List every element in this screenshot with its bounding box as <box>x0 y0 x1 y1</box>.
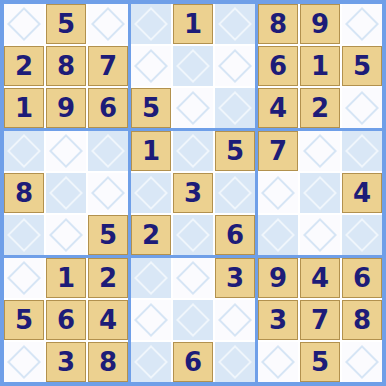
given-digit: 3 <box>57 349 75 375</box>
cell-r5c5: 3 <box>173 173 213 213</box>
cell-r9c9[interactable] <box>342 342 382 382</box>
box-r2c2: 15326 <box>131 131 255 255</box>
box-r3c1: 1256438 <box>4 258 128 382</box>
cell-r3c5[interactable] <box>173 88 213 128</box>
cell-r7c3: 2 <box>88 258 128 298</box>
cell-r3c4: 5 <box>131 88 171 128</box>
cell-r1c4[interactable] <box>131 4 171 44</box>
cell-r4c2[interactable] <box>46 131 86 171</box>
given-digit: 8 <box>15 180 33 206</box>
cell-r8c6[interactable] <box>215 300 255 340</box>
diamond-ornament-icon <box>176 49 210 83</box>
diamond-ornament-icon <box>345 345 379 379</box>
cell-r6c8[interactable] <box>300 215 340 255</box>
cell-r7c7: 9 <box>258 258 298 298</box>
diamond-ornament-icon <box>176 303 210 337</box>
cell-r5c3[interactable] <box>88 173 128 213</box>
cell-r4c8[interactable] <box>300 131 340 171</box>
given-digit: 9 <box>57 95 75 121</box>
cell-r9c2: 3 <box>46 342 86 382</box>
given-digit: 5 <box>353 53 371 79</box>
diamond-ornament-icon <box>218 49 252 83</box>
cell-r2c4[interactable] <box>131 46 171 86</box>
diamond-ornament-icon <box>91 7 125 41</box>
cell-r7c1[interactable] <box>4 258 44 298</box>
given-digit: 6 <box>353 265 371 291</box>
given-digit: 6 <box>269 53 287 79</box>
given-digit: 1 <box>142 138 160 164</box>
diamond-ornament-icon <box>345 91 379 125</box>
cell-r2c9: 5 <box>342 46 382 86</box>
diamond-ornament-icon <box>7 345 41 379</box>
cell-r5c7[interactable] <box>258 173 298 213</box>
cell-r6c1[interactable] <box>4 215 44 255</box>
cell-r9c6[interactable] <box>215 342 255 382</box>
given-digit: 6 <box>99 95 117 121</box>
given-digit: 3 <box>269 307 287 333</box>
cell-r9c7[interactable] <box>258 342 298 382</box>
cell-r4c4: 1 <box>131 131 171 171</box>
cell-r8c4[interactable] <box>131 300 171 340</box>
given-digit: 4 <box>269 95 287 121</box>
cell-r2c8: 1 <box>300 46 340 86</box>
diamond-ornament-icon <box>303 176 337 210</box>
cell-r6c2[interactable] <box>46 215 86 255</box>
cell-r2c1: 2 <box>4 46 44 86</box>
given-digit: 8 <box>99 349 117 375</box>
given-digit: 6 <box>226 222 244 248</box>
diamond-ornament-icon <box>261 176 295 210</box>
box-r2c1: 85 <box>4 131 128 255</box>
cell-r8c2: 6 <box>46 300 86 340</box>
cell-r7c2: 1 <box>46 258 86 298</box>
cell-r5c8[interactable] <box>300 173 340 213</box>
cell-r6c4: 2 <box>131 215 171 255</box>
cell-r8c7: 3 <box>258 300 298 340</box>
cell-r2c2: 8 <box>46 46 86 86</box>
given-digit: 8 <box>269 11 287 37</box>
cell-r4c9[interactable] <box>342 131 382 171</box>
diamond-ornament-icon <box>134 345 168 379</box>
given-digit: 5 <box>226 138 244 164</box>
diamond-ornament-icon <box>91 176 125 210</box>
diamond-ornament-icon <box>218 345 252 379</box>
cell-r1c7: 8 <box>258 4 298 44</box>
cell-r7c8: 4 <box>300 258 340 298</box>
cell-r9c3: 8 <box>88 342 128 382</box>
cell-r2c3: 7 <box>88 46 128 86</box>
cell-r3c3: 6 <box>88 88 128 128</box>
given-digit: 9 <box>269 265 287 291</box>
box-r3c3: 9463785 <box>258 258 382 382</box>
cell-r9c4[interactable] <box>131 342 171 382</box>
diamond-ornament-icon <box>218 176 252 210</box>
cell-r7c6: 3 <box>215 258 255 298</box>
cell-r4c1[interactable] <box>4 131 44 171</box>
diamond-ornament-icon <box>345 218 379 252</box>
cell-r1c1[interactable] <box>4 4 44 44</box>
given-digit: 7 <box>99 53 117 79</box>
cell-r4c6: 5 <box>215 131 255 171</box>
cell-r6c6: 6 <box>215 215 255 255</box>
given-digit: 4 <box>353 180 371 206</box>
cell-r1c8: 9 <box>300 4 340 44</box>
cell-r3c2: 9 <box>46 88 86 128</box>
cell-r1c6[interactable] <box>215 4 255 44</box>
cell-r8c5[interactable] <box>173 300 213 340</box>
cell-r9c8: 5 <box>300 342 340 382</box>
box-r1c2: 15 <box>131 4 255 128</box>
cell-r7c5[interactable] <box>173 258 213 298</box>
diamond-ornament-icon <box>91 134 125 168</box>
given-digit: 7 <box>311 307 329 333</box>
cell-r5c6[interactable] <box>215 173 255 213</box>
cell-r8c1: 5 <box>4 300 44 340</box>
given-digit: 2 <box>311 95 329 121</box>
given-digit: 4 <box>311 265 329 291</box>
given-digit: 5 <box>99 222 117 248</box>
diamond-ornament-icon <box>134 176 168 210</box>
given-digit: 1 <box>311 53 329 79</box>
box-r1c1: 5287196 <box>4 4 128 128</box>
given-digit: 1 <box>184 11 202 37</box>
diamond-ornament-icon <box>176 261 210 295</box>
cell-r6c9[interactable] <box>342 215 382 255</box>
cell-r3c6[interactable] <box>215 88 255 128</box>
cell-r3c1: 1 <box>4 88 44 128</box>
given-digit: 8 <box>57 53 75 79</box>
cell-r5c2[interactable] <box>46 173 86 213</box>
diamond-ornament-icon <box>261 345 295 379</box>
diamond-ornament-icon <box>49 176 83 210</box>
diamond-ornament-icon <box>7 218 41 252</box>
cell-r5c9: 4 <box>342 173 382 213</box>
given-digit: 6 <box>57 307 75 333</box>
given-digit: 4 <box>99 307 117 333</box>
given-digit: 2 <box>15 53 33 79</box>
diamond-ornament-icon <box>7 261 41 295</box>
diamond-ornament-icon <box>176 91 210 125</box>
given-digit: 3 <box>226 265 244 291</box>
cell-r6c5[interactable] <box>173 215 213 255</box>
cell-r8c3: 4 <box>88 300 128 340</box>
cell-r9c5: 6 <box>173 342 213 382</box>
given-digit: 1 <box>57 265 75 291</box>
diamond-ornament-icon <box>134 303 168 337</box>
given-digit: 5 <box>57 11 75 37</box>
cell-r8c8: 7 <box>300 300 340 340</box>
diamond-ornament-icon <box>49 218 83 252</box>
diamond-ornament-icon <box>218 303 252 337</box>
cell-r2c7: 6 <box>258 46 298 86</box>
given-digit: 9 <box>311 11 329 37</box>
given-digit: 2 <box>99 265 117 291</box>
sudoku-board: 5287196158961542851532674125643836946378… <box>0 0 386 386</box>
diamond-ornament-icon <box>261 218 295 252</box>
cell-r1c9[interactable] <box>342 4 382 44</box>
box-r3c2: 36 <box>131 258 255 382</box>
given-digit: 5 <box>142 95 160 121</box>
cell-r8c9: 8 <box>342 300 382 340</box>
diamond-ornament-icon <box>176 134 210 168</box>
cell-r4c7: 7 <box>258 131 298 171</box>
diamond-ornament-icon <box>134 49 168 83</box>
cell-r7c4[interactable] <box>131 258 171 298</box>
cell-r6c7[interactable] <box>258 215 298 255</box>
cell-r9c1[interactable] <box>4 342 44 382</box>
given-digit: 3 <box>184 180 202 206</box>
diamond-ornament-icon <box>7 134 41 168</box>
given-digit: 6 <box>184 349 202 375</box>
box-r2c3: 74 <box>258 131 382 255</box>
diamond-ornament-icon <box>218 7 252 41</box>
cell-r3c8: 2 <box>300 88 340 128</box>
cell-r1c5: 1 <box>173 4 213 44</box>
diamond-ornament-icon <box>134 7 168 41</box>
diamond-ornament-icon <box>134 261 168 295</box>
diamond-ornament-icon <box>218 91 252 125</box>
cell-r4c5[interactable] <box>173 131 213 171</box>
diamond-ornament-icon <box>345 7 379 41</box>
given-digit: 7 <box>269 138 287 164</box>
cell-r6c3: 5 <box>88 215 128 255</box>
cell-r1c2: 5 <box>46 4 86 44</box>
given-digit: 1 <box>15 95 33 121</box>
diamond-ornament-icon <box>303 218 337 252</box>
cell-r2c6[interactable] <box>215 46 255 86</box>
cell-r5c4[interactable] <box>131 173 171 213</box>
cell-r3c7: 4 <box>258 88 298 128</box>
given-digit: 8 <box>353 307 371 333</box>
cell-r2c5[interactable] <box>173 46 213 86</box>
box-r1c3: 8961542 <box>258 4 382 128</box>
cell-r5c1: 8 <box>4 173 44 213</box>
diamond-ornament-icon <box>176 218 210 252</box>
cell-r4c3[interactable] <box>88 131 128 171</box>
cell-r7c9: 6 <box>342 258 382 298</box>
given-digit: 5 <box>15 307 33 333</box>
given-digit: 5 <box>311 349 329 375</box>
diamond-ornament-icon <box>303 134 337 168</box>
given-digit: 2 <box>142 222 160 248</box>
cell-r3c9[interactable] <box>342 88 382 128</box>
diamond-ornament-icon <box>7 7 41 41</box>
cell-r1c3[interactable] <box>88 4 128 44</box>
diamond-ornament-icon <box>345 134 379 168</box>
diamond-ornament-icon <box>49 134 83 168</box>
